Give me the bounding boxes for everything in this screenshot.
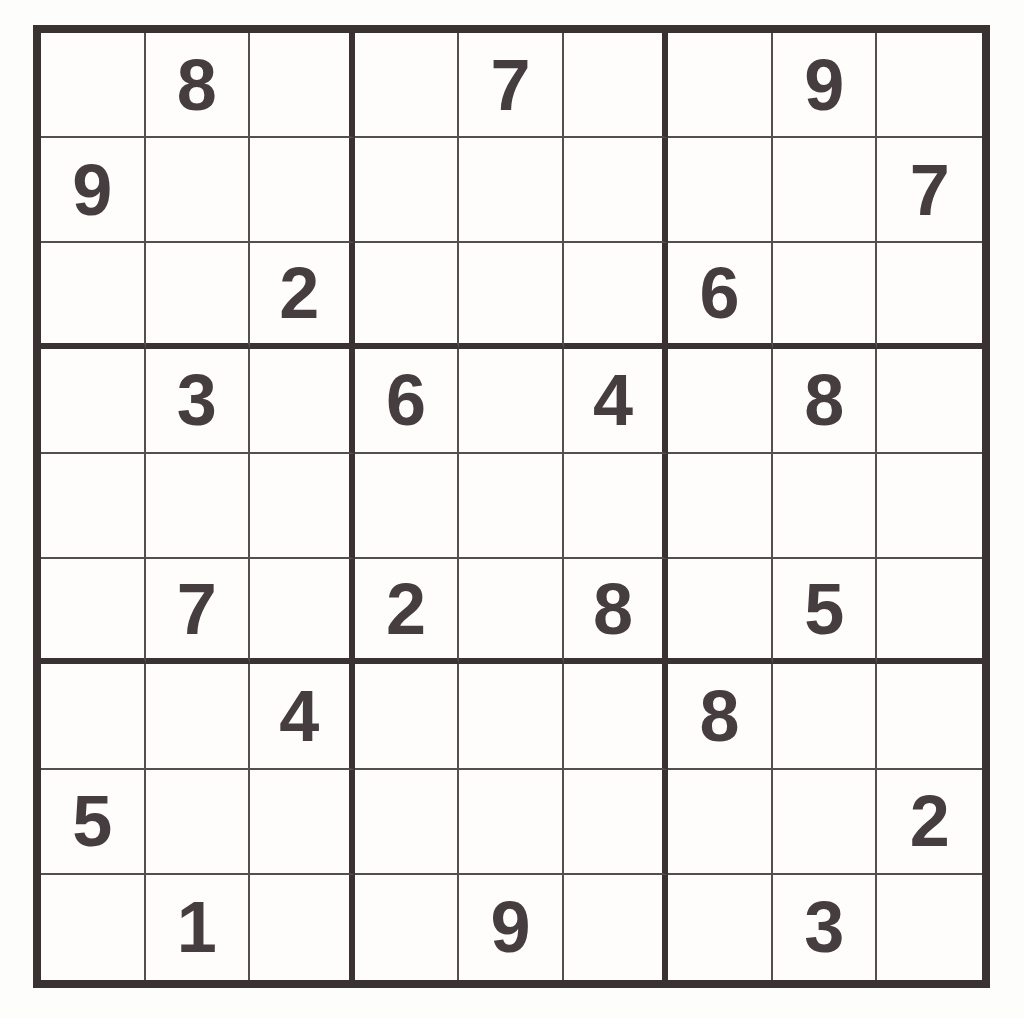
cell-r5c8[interactable] <box>773 454 878 559</box>
cell-r5c7[interactable] <box>668 454 773 559</box>
cell-r1c9[interactable] <box>877 33 982 138</box>
cell-r8c6[interactable] <box>564 770 669 875</box>
cell-r4c3[interactable] <box>250 349 355 454</box>
cell-r9c5[interactable]: 9 <box>459 875 564 980</box>
cell-r8c9[interactable]: 2 <box>877 770 982 875</box>
cell-r9c4[interactable] <box>355 875 460 980</box>
cell-r5c3[interactable] <box>250 454 355 559</box>
cell-r3c2[interactable] <box>146 243 251 348</box>
cell-r1c7[interactable] <box>668 33 773 138</box>
cell-r2c4[interactable] <box>355 138 460 243</box>
cell-r7c4[interactable] <box>355 664 460 769</box>
cell-r6c6[interactable]: 8 <box>564 559 669 664</box>
cell-r6c1[interactable] <box>41 559 146 664</box>
cell-r7c6[interactable] <box>564 664 669 769</box>
cell-r6c4[interactable]: 2 <box>355 559 460 664</box>
cell-r7c8[interactable] <box>773 664 878 769</box>
cell-r8c1[interactable]: 5 <box>41 770 146 875</box>
cell-r2c1[interactable]: 9 <box>41 138 146 243</box>
cell-r4c4[interactable]: 6 <box>355 349 460 454</box>
cell-r5c9[interactable] <box>877 454 982 559</box>
cell-r3c1[interactable] <box>41 243 146 348</box>
cell-r5c5[interactable] <box>459 454 564 559</box>
cell-r6c7[interactable] <box>668 559 773 664</box>
cell-r5c1[interactable] <box>41 454 146 559</box>
cell-r6c9[interactable] <box>877 559 982 664</box>
cell-r7c3[interactable]: 4 <box>250 664 355 769</box>
cell-r3c4[interactable] <box>355 243 460 348</box>
cell-r2c7[interactable] <box>668 138 773 243</box>
cell-r6c8[interactable]: 5 <box>773 559 878 664</box>
cell-r2c2[interactable] <box>146 138 251 243</box>
cell-r4c2[interactable]: 3 <box>146 349 251 454</box>
cell-r7c9[interactable] <box>877 664 982 769</box>
cell-r4c5[interactable] <box>459 349 564 454</box>
cell-r4c1[interactable] <box>41 349 146 454</box>
cell-r2c5[interactable] <box>459 138 564 243</box>
cell-r8c3[interactable] <box>250 770 355 875</box>
cell-r9c9[interactable] <box>877 875 982 980</box>
cell-r7c7[interactable]: 8 <box>668 664 773 769</box>
cell-r7c1[interactable] <box>41 664 146 769</box>
cell-r8c2[interactable] <box>146 770 251 875</box>
cell-r4c6[interactable]: 4 <box>564 349 669 454</box>
cell-r7c5[interactable] <box>459 664 564 769</box>
cell-r2c8[interactable] <box>773 138 878 243</box>
cell-r8c4[interactable] <box>355 770 460 875</box>
cell-r3c3[interactable]: 2 <box>250 243 355 348</box>
cell-r2c3[interactable] <box>250 138 355 243</box>
cell-r3c9[interactable] <box>877 243 982 348</box>
cell-r8c8[interactable] <box>773 770 878 875</box>
cell-r2c9[interactable]: 7 <box>877 138 982 243</box>
cell-r6c5[interactable] <box>459 559 564 664</box>
cell-r3c5[interactable] <box>459 243 564 348</box>
cell-r9c8[interactable]: 3 <box>773 875 878 980</box>
cell-r8c7[interactable] <box>668 770 773 875</box>
cell-r3c8[interactable] <box>773 243 878 348</box>
cell-r9c1[interactable] <box>41 875 146 980</box>
cell-r3c7[interactable]: 6 <box>668 243 773 348</box>
cell-r4c7[interactable] <box>668 349 773 454</box>
cell-r4c8[interactable]: 8 <box>773 349 878 454</box>
cell-r1c3[interactable] <box>250 33 355 138</box>
cell-r9c6[interactable] <box>564 875 669 980</box>
cell-r5c6[interactable] <box>564 454 669 559</box>
cell-r1c4[interactable] <box>355 33 460 138</box>
cell-r1c1[interactable] <box>41 33 146 138</box>
cell-r9c2[interactable]: 1 <box>146 875 251 980</box>
cell-r8c5[interactable] <box>459 770 564 875</box>
cell-r4c9[interactable] <box>877 349 982 454</box>
cell-r5c2[interactable] <box>146 454 251 559</box>
cell-r1c2[interactable]: 8 <box>146 33 251 138</box>
cell-r9c7[interactable] <box>668 875 773 980</box>
cell-r1c5[interactable]: 7 <box>459 33 564 138</box>
sudoku-board: 8799726364872854852193 <box>33 25 990 988</box>
cell-r1c8[interactable]: 9 <box>773 33 878 138</box>
cell-r7c2[interactable] <box>146 664 251 769</box>
cell-r2c6[interactable] <box>564 138 669 243</box>
cell-r6c3[interactable] <box>250 559 355 664</box>
cell-r6c2[interactable]: 7 <box>146 559 251 664</box>
cell-r3c6[interactable] <box>564 243 669 348</box>
cell-r1c6[interactable] <box>564 33 669 138</box>
cell-r5c4[interactable] <box>355 454 460 559</box>
cell-r9c3[interactable] <box>250 875 355 980</box>
